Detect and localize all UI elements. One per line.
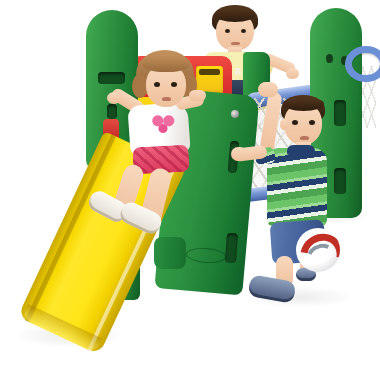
boy-top-hand bbox=[286, 68, 299, 79]
girl-eye-left bbox=[154, 82, 160, 87]
product-photo-playground: S R < O bbox=[0, 0, 380, 380]
boy-right-fringe bbox=[283, 98, 324, 111]
right-post-slot-upper bbox=[334, 100, 346, 126]
boy-top-fringe bbox=[215, 8, 255, 22]
girl-hand-left bbox=[107, 92, 121, 104]
boy-right-eye-right bbox=[309, 120, 315, 125]
girl-hand-right bbox=[189, 90, 206, 101]
boy-right-collar bbox=[287, 145, 315, 155]
basketball-ring bbox=[345, 46, 380, 82]
girl-bangs bbox=[142, 54, 190, 72]
soccer-ball bbox=[296, 228, 340, 272]
boy-right-hand-panel bbox=[231, 147, 247, 161]
boy-right-eye-left bbox=[292, 120, 298, 125]
boy-right-ear bbox=[280, 119, 288, 130]
right-post-hole-left bbox=[326, 54, 333, 63]
boy-right-mouth bbox=[300, 136, 309, 140]
boy-right-hand-bar bbox=[258, 82, 278, 97]
girl-shirt-bow-print bbox=[150, 112, 176, 134]
panel-lower-slot bbox=[225, 233, 238, 264]
left-post-slot-small bbox=[107, 104, 117, 119]
girl-mouth bbox=[162, 97, 171, 101]
boy-right-shirt bbox=[267, 148, 327, 226]
boy-top-eye-left bbox=[225, 29, 230, 33]
slide-left-rail bbox=[25, 134, 116, 322]
girl-eye-right bbox=[171, 82, 177, 87]
boy-top-mouth bbox=[231, 42, 240, 45]
panel-step bbox=[154, 237, 186, 269]
boy-top-eye-right bbox=[241, 29, 246, 33]
panel-screw bbox=[231, 110, 239, 118]
right-post-slot-lower bbox=[334, 168, 346, 194]
left-post-slot bbox=[98, 72, 125, 84]
